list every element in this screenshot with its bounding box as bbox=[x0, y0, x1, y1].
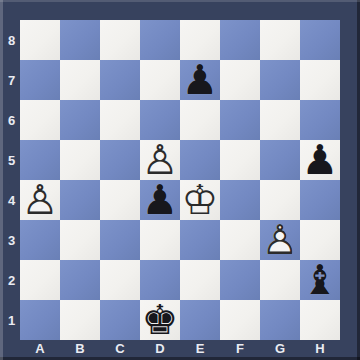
rank-label-4: 4 bbox=[3, 180, 20, 220]
square-h8[interactable] bbox=[300, 20, 340, 60]
square-f1[interactable] bbox=[220, 300, 260, 340]
square-a7[interactable] bbox=[20, 60, 60, 100]
square-f2[interactable] bbox=[220, 260, 260, 300]
square-b1[interactable] bbox=[60, 300, 100, 340]
square-c2[interactable] bbox=[100, 260, 140, 300]
file-label-a: A bbox=[20, 339, 60, 357]
file-label-h: H bbox=[300, 339, 340, 357]
square-e6[interactable] bbox=[180, 100, 220, 140]
white-piece-outline-layer: ♙ bbox=[260, 220, 300, 260]
black-piece-glyph: ♝ bbox=[300, 260, 340, 300]
piece-white-king[interactable]: ♚♔ bbox=[180, 180, 220, 220]
square-d7[interactable] bbox=[140, 60, 180, 100]
rank-label-3: 3 bbox=[3, 220, 20, 260]
square-e2[interactable] bbox=[180, 260, 220, 300]
square-c6[interactable] bbox=[100, 100, 140, 140]
file-label-c: C bbox=[100, 339, 140, 357]
square-d2[interactable] bbox=[140, 260, 180, 300]
piece-black-king[interactable]: ♚ bbox=[140, 300, 180, 340]
square-h2[interactable]: ♝ bbox=[300, 260, 340, 300]
white-piece-outline-layer: ♙ bbox=[20, 180, 60, 220]
square-g7[interactable] bbox=[260, 60, 300, 100]
square-e7[interactable]: ♟ bbox=[180, 60, 220, 100]
square-d5[interactable]: ♟♙ bbox=[140, 140, 180, 180]
square-e3[interactable] bbox=[180, 220, 220, 260]
piece-white-pawn[interactable]: ♟♙ bbox=[260, 220, 300, 260]
square-h4[interactable] bbox=[300, 180, 340, 220]
square-d1[interactable]: ♚ bbox=[140, 300, 180, 340]
square-g8[interactable] bbox=[260, 20, 300, 60]
square-h7[interactable] bbox=[300, 60, 340, 100]
square-g6[interactable] bbox=[260, 100, 300, 140]
square-f7[interactable] bbox=[220, 60, 260, 100]
square-f4[interactable] bbox=[220, 180, 260, 220]
white-piece-outline-layer: ♔ bbox=[180, 180, 220, 220]
rank-label-8: 8 bbox=[3, 20, 20, 60]
square-a5[interactable] bbox=[20, 140, 60, 180]
square-d3[interactable] bbox=[140, 220, 180, 260]
piece-black-bishop[interactable]: ♝ bbox=[300, 260, 340, 300]
square-b6[interactable] bbox=[60, 100, 100, 140]
square-f8[interactable] bbox=[220, 20, 260, 60]
black-piece-glyph: ♟ bbox=[180, 60, 220, 100]
file-label-d: D bbox=[140, 339, 180, 357]
square-b2[interactable] bbox=[60, 260, 100, 300]
white-piece-outline-layer: ♙ bbox=[140, 140, 180, 180]
square-a4[interactable]: ♟♙ bbox=[20, 180, 60, 220]
piece-black-pawn[interactable]: ♟ bbox=[180, 60, 220, 100]
square-a8[interactable] bbox=[20, 20, 60, 60]
square-g3[interactable]: ♟♙ bbox=[260, 220, 300, 260]
square-g2[interactable] bbox=[260, 260, 300, 300]
square-b8[interactable] bbox=[60, 20, 100, 60]
square-b5[interactable] bbox=[60, 140, 100, 180]
square-f3[interactable] bbox=[220, 220, 260, 260]
square-h5[interactable]: ♟ bbox=[300, 140, 340, 180]
square-g1[interactable] bbox=[260, 300, 300, 340]
piece-black-pawn[interactable]: ♟ bbox=[300, 140, 340, 180]
chess-diagram: 87654321 ♟♟♙♟♟♙♟♚♔♟♙♝♚ ABCDEFGH bbox=[0, 0, 360, 360]
square-c4[interactable] bbox=[100, 180, 140, 220]
square-e1[interactable] bbox=[180, 300, 220, 340]
rank-label-7: 7 bbox=[3, 60, 20, 100]
square-h3[interactable] bbox=[300, 220, 340, 260]
rank-label-5: 5 bbox=[3, 140, 20, 180]
square-g4[interactable] bbox=[260, 180, 300, 220]
black-piece-glyph: ♟ bbox=[300, 140, 340, 180]
file-label-g: G bbox=[260, 339, 300, 357]
piece-white-pawn[interactable]: ♟♙ bbox=[140, 140, 180, 180]
square-g5[interactable] bbox=[260, 140, 300, 180]
file-labels: ABCDEFGH bbox=[20, 339, 340, 357]
piece-black-pawn[interactable]: ♟ bbox=[140, 180, 180, 220]
square-a3[interactable] bbox=[20, 220, 60, 260]
square-c7[interactable] bbox=[100, 60, 140, 100]
square-d8[interactable] bbox=[140, 20, 180, 60]
square-c8[interactable] bbox=[100, 20, 140, 60]
file-label-e: E bbox=[180, 339, 220, 357]
square-h1[interactable] bbox=[300, 300, 340, 340]
square-c5[interactable] bbox=[100, 140, 140, 180]
square-d4[interactable]: ♟ bbox=[140, 180, 180, 220]
square-e5[interactable] bbox=[180, 140, 220, 180]
file-label-b: B bbox=[60, 339, 100, 357]
square-a2[interactable] bbox=[20, 260, 60, 300]
square-b4[interactable] bbox=[60, 180, 100, 220]
file-label-f: F bbox=[220, 339, 260, 357]
rank-labels: 87654321 bbox=[3, 20, 20, 340]
square-b7[interactable] bbox=[60, 60, 100, 100]
square-f5[interactable] bbox=[220, 140, 260, 180]
square-f6[interactable] bbox=[220, 100, 260, 140]
square-e8[interactable] bbox=[180, 20, 220, 60]
square-c1[interactable] bbox=[100, 300, 140, 340]
rank-label-1: 1 bbox=[3, 300, 20, 340]
square-e4[interactable]: ♚♔ bbox=[180, 180, 220, 220]
square-d6[interactable] bbox=[140, 100, 180, 140]
rank-label-2: 2 bbox=[3, 260, 20, 300]
rank-label-6: 6 bbox=[3, 100, 20, 140]
square-a1[interactable] bbox=[20, 300, 60, 340]
piece-white-pawn[interactable]: ♟♙ bbox=[20, 180, 60, 220]
square-b3[interactable] bbox=[60, 220, 100, 260]
square-c3[interactable] bbox=[100, 220, 140, 260]
square-h6[interactable] bbox=[300, 100, 340, 140]
square-a6[interactable] bbox=[20, 100, 60, 140]
chess-board: ♟♟♙♟♟♙♟♚♔♟♙♝♚ bbox=[20, 20, 340, 340]
black-piece-glyph: ♟ bbox=[140, 180, 180, 220]
black-piece-glyph: ♚ bbox=[140, 300, 180, 340]
